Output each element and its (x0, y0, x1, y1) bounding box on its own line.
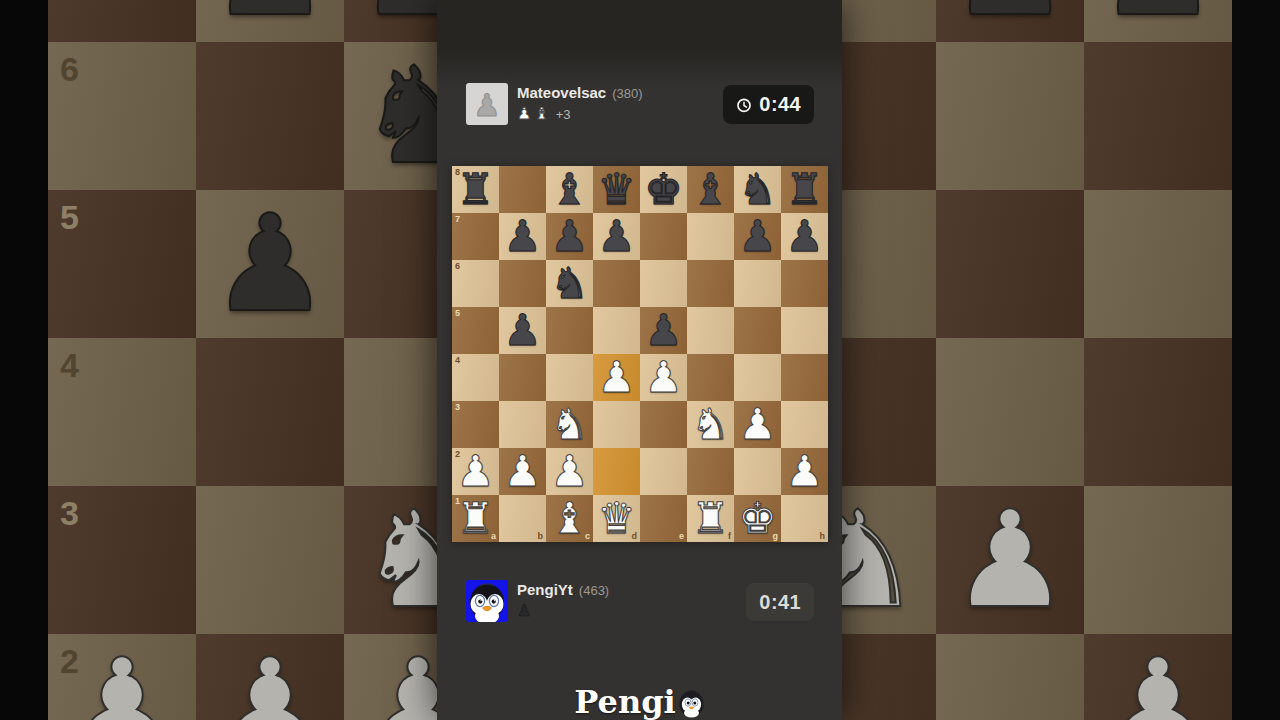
square-c6[interactable]: ♞ (546, 260, 593, 307)
black-pawn-e5: ♟ (640, 307, 687, 354)
square-c3[interactable]: ♞ (546, 401, 593, 448)
black-pawn-c7: ♟ (546, 213, 593, 260)
penguin-avatar-icon (466, 580, 508, 622)
square-h5 (1084, 190, 1232, 338)
black-rook-a8: ♜ (452, 166, 499, 213)
square-h2: ♟ (1084, 634, 1232, 720)
square-b1[interactable]: b (499, 495, 546, 542)
game-card: ♟ Mateovelsac(380) ♟♝+3 0:44 8♜♝♛♚♝♞♜7♟♟… (437, 0, 842, 720)
black-pawn-b7: ♟ (196, 0, 344, 42)
white-pawn-b2: ♟ (196, 634, 344, 720)
white-rook-a1: ♜ (452, 495, 499, 542)
white-pawn-c2: ♟ (546, 448, 593, 495)
watermark: Pengi (437, 685, 842, 720)
square-h4[interactable] (781, 354, 828, 401)
square-h7: ♟ (1084, 0, 1232, 42)
chessboard[interactable]: 8♜♝♛♚♝♞♜7♟♟♟♟♟6♞5♟♟4♟♟3♞♞♟2♟♟♟♟1a♜bc♝d♛e… (452, 166, 828, 542)
square-f6[interactable] (687, 260, 734, 307)
square-h5[interactable] (781, 307, 828, 354)
rank-label-5: 5 (60, 198, 79, 237)
square-e5[interactable]: ♟ (640, 307, 687, 354)
black-queen-d8: ♛ (593, 166, 640, 213)
square-a7[interactable]: 7 (452, 213, 499, 260)
square-b3 (196, 486, 344, 634)
black-pawn-g7: ♟ (734, 213, 781, 260)
square-b3[interactable] (499, 401, 546, 448)
square-g3: ♟ (936, 486, 1084, 634)
square-c4[interactable] (546, 354, 593, 401)
square-h1[interactable]: h (781, 495, 828, 542)
square-h6[interactable] (781, 260, 828, 307)
material-advantage: +3 (556, 107, 571, 122)
white-knight-c3: ♞ (546, 401, 593, 448)
square-h8[interactable]: ♜ (781, 166, 828, 213)
square-b7: ♟ (196, 0, 344, 42)
rank-label-4: 4 (455, 355, 460, 365)
file-label-b: b (538, 531, 544, 541)
rank-label-3: 3 (455, 402, 460, 412)
square-d3[interactable] (593, 401, 640, 448)
left-black-strip (0, 0, 48, 720)
black-pawn-b7: ♟ (499, 213, 546, 260)
square-g8[interactable]: ♞ (734, 166, 781, 213)
square-a5[interactable]: 5 (452, 307, 499, 354)
black-pawn-h7: ♟ (781, 213, 828, 260)
square-d1[interactable]: d♛ (593, 495, 640, 542)
rank-label-7: 7 (455, 214, 460, 224)
square-f1[interactable]: f♜ (687, 495, 734, 542)
square-f5[interactable] (687, 307, 734, 354)
white-pawn-h2: ♟ (781, 448, 828, 495)
square-c1[interactable]: c♝ (546, 495, 593, 542)
rank-label-4: 4 (60, 346, 79, 385)
square-e4[interactable]: ♟ (640, 354, 687, 401)
black-pawn-g7: ♟ (936, 0, 1084, 42)
square-g5[interactable] (734, 307, 781, 354)
square-e3[interactable] (640, 401, 687, 448)
black-bishop-f8: ♝ (687, 166, 734, 213)
white-pawn-a2: ♟ (452, 448, 499, 495)
square-h6 (1084, 42, 1232, 190)
file-label-e: e (679, 531, 684, 541)
penguin-emoji-icon (678, 689, 705, 720)
black-knight-g8: ♞ (734, 166, 781, 213)
black-bishop-c8: ♝ (546, 166, 593, 213)
square-d2[interactable] (593, 448, 640, 495)
white-pawn-g3: ♟ (734, 401, 781, 448)
watermark-text: Pengi (574, 685, 675, 719)
square-h4 (1084, 338, 1232, 486)
square-f4[interactable] (687, 354, 734, 401)
bottom-player-name: PengiYt (517, 581, 573, 598)
square-g6 (936, 42, 1084, 190)
square-a7: 7 (48, 0, 196, 42)
gray-pawn-icon: ♟ (473, 87, 501, 123)
black-pawn-captured-icon: ♟ (517, 603, 531, 619)
rank-label-6: 6 (60, 50, 79, 89)
square-a4[interactable]: 4 (452, 354, 499, 401)
square-a2: 2♟ (48, 634, 196, 720)
square-g7: ♟ (936, 0, 1084, 42)
square-b6[interactable] (499, 260, 546, 307)
square-a3: 3 (48, 486, 196, 634)
square-b2: ♟ (196, 634, 344, 720)
square-g2 (936, 634, 1084, 720)
square-d8[interactable]: ♛ (593, 166, 640, 213)
white-pawn-g3: ♟ (936, 486, 1084, 634)
square-g1[interactable]: g♚ (734, 495, 781, 542)
white-rook-f1: ♜ (687, 495, 734, 542)
square-h3 (1084, 486, 1232, 634)
rank-label-6: 6 (455, 261, 460, 271)
square-f3[interactable]: ♞ (687, 401, 734, 448)
square-d7[interactable]: ♟ (593, 213, 640, 260)
black-pawn-d7: ♟ (593, 213, 640, 260)
square-g2[interactable] (734, 448, 781, 495)
square-a6: 6 (48, 42, 196, 190)
square-b2[interactable]: ♟ (499, 448, 546, 495)
white-bishop-c1: ♝ (546, 495, 593, 542)
file-label-h: h (820, 531, 826, 541)
square-b7[interactable]: ♟ (499, 213, 546, 260)
square-e8[interactable]: ♚ (640, 166, 687, 213)
square-b8[interactable] (499, 166, 546, 213)
white-pawn-a2: ♟ (48, 634, 196, 720)
black-rook-h8: ♜ (781, 166, 828, 213)
top-clock-time: 0:44 (759, 93, 801, 116)
square-b5[interactable]: ♟ (499, 307, 546, 354)
square-b4[interactable] (499, 354, 546, 401)
square-e7[interactable] (640, 213, 687, 260)
clock-icon (736, 97, 752, 113)
square-e1[interactable]: e (640, 495, 687, 542)
white-pawn-h2: ♟ (1084, 634, 1232, 720)
square-d5[interactable] (593, 307, 640, 354)
square-c7[interactable]: ♟ (546, 213, 593, 260)
rank-label-3: 3 (60, 494, 79, 533)
black-pawn-b5: ♟ (499, 307, 546, 354)
square-a3[interactable]: 3 (452, 401, 499, 448)
black-pawn-h7: ♟ (1084, 0, 1232, 42)
square-h2[interactable]: ♟ (781, 448, 828, 495)
square-a8[interactable]: 8♜ (452, 166, 499, 213)
black-pawn-b5: ♟ (196, 190, 344, 338)
square-d4[interactable]: ♟ (593, 354, 640, 401)
square-g7[interactable]: ♟ (734, 213, 781, 260)
square-b5: ♟ (196, 190, 344, 338)
white-queen-d1: ♛ (593, 495, 640, 542)
square-e2[interactable] (640, 448, 687, 495)
white-pawn-b2: ♟ (499, 448, 546, 495)
top-player-name: Mateovelsac (517, 84, 606, 101)
top-player-rating: (380) (612, 86, 642, 101)
square-c2[interactable]: ♟ (546, 448, 593, 495)
white-pawn-e4: ♟ (640, 354, 687, 401)
bottom-clock-time: 0:41 (759, 591, 801, 614)
bottom-player-clock: 0:41 (746, 583, 814, 621)
square-h7[interactable]: ♟ (781, 213, 828, 260)
square-a4: 4 (48, 338, 196, 486)
top-player-clock: 0:44 (723, 85, 814, 124)
rank-label-5: 5 (455, 308, 460, 318)
right-black-strip (1232, 0, 1280, 720)
bottom-player-avatar[interactable] (466, 580, 508, 622)
screenshot-root: 8♜♝♛♚♝♞♜7♟♟♟♟♟6♞5♟♟4♟♟3♞♞♟2♟♟♟♟1♜♝♛♜♚ ♟ … (0, 0, 1280, 720)
square-g6[interactable] (734, 260, 781, 307)
top-player-avatar[interactable]: ♟ (466, 83, 508, 125)
white-bishop-captured-icon: ♝ (534, 106, 548, 122)
bottom-player-captured-pieces: ♟ (517, 602, 531, 620)
bottom-player-row: PengiYt(463) ♟ 0:41 (437, 580, 842, 626)
square-b4 (196, 338, 344, 486)
black-king-e8: ♚ (640, 166, 687, 213)
black-knight-c6: ♞ (546, 260, 593, 307)
square-a6[interactable]: 6 (452, 260, 499, 307)
white-pawn-captured-icon: ♟ (517, 106, 531, 122)
square-h3[interactable] (781, 401, 828, 448)
square-a5: 5 (48, 190, 196, 338)
top-player-captured-pieces: ♟♝+3 (517, 105, 571, 123)
square-d6[interactable] (593, 260, 640, 307)
square-f2[interactable] (687, 448, 734, 495)
square-g4[interactable] (734, 354, 781, 401)
square-f7[interactable] (687, 213, 734, 260)
square-a2[interactable]: 2♟ (452, 448, 499, 495)
bottom-player-rating: (463) (579, 583, 609, 598)
square-g3[interactable]: ♟ (734, 401, 781, 448)
square-e6[interactable] (640, 260, 687, 307)
top-player-row: ♟ Mateovelsac(380) ♟♝+3 0:44 (437, 83, 842, 129)
white-king-g1: ♚ (734, 495, 781, 542)
square-b6 (196, 42, 344, 190)
square-g5 (936, 190, 1084, 338)
square-c5[interactable] (546, 307, 593, 354)
white-knight-f3: ♞ (687, 401, 734, 448)
square-a1[interactable]: 1a♜ (452, 495, 499, 542)
square-c8[interactable]: ♝ (546, 166, 593, 213)
square-g4 (936, 338, 1084, 486)
white-pawn-d4: ♟ (593, 354, 640, 401)
square-f8[interactable]: ♝ (687, 166, 734, 213)
